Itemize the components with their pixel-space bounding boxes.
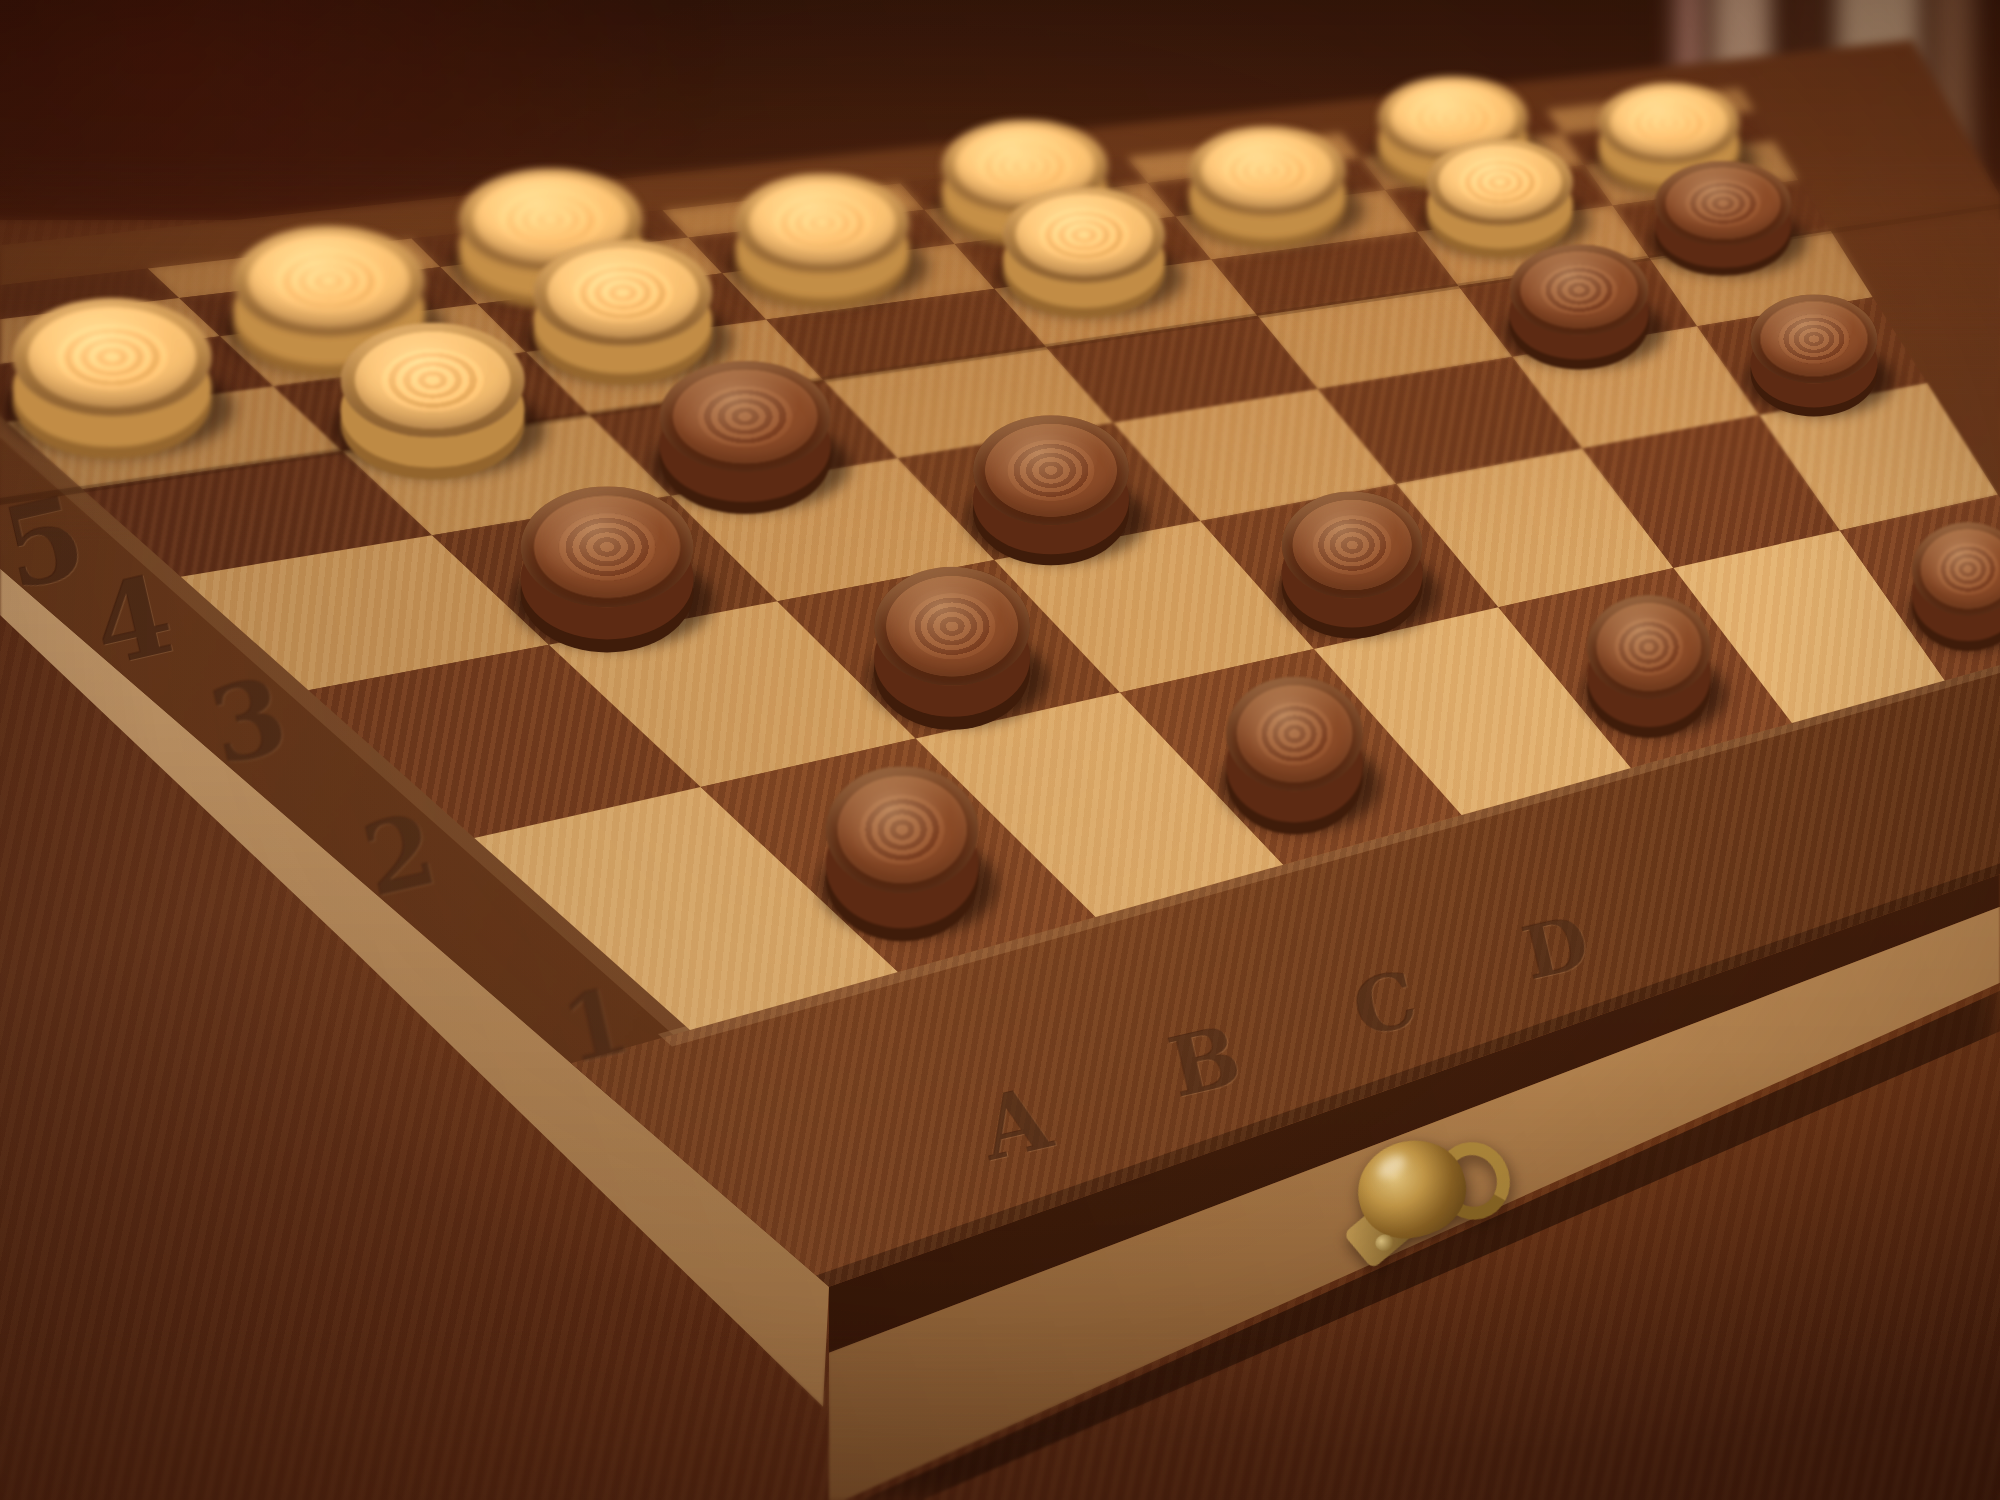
checker-face xyxy=(1587,595,1711,699)
checker-face xyxy=(1282,492,1423,599)
checker-face xyxy=(340,323,525,438)
checker-face xyxy=(1003,187,1165,283)
checker-face xyxy=(233,226,425,336)
checker-face xyxy=(1427,139,1573,226)
checker-face xyxy=(1598,83,1739,164)
checker-face xyxy=(826,766,979,894)
photo-scene: 12345ABCD⛀⛀⛀⛀⛀⛀⛀⛀⛀⛀⛀⛀⛂⛂⛂⛂⛂⛂⛂⛂⛂⛂⛂⛂ xyxy=(0,0,2000,1500)
checker-face xyxy=(13,298,212,416)
checker-face xyxy=(660,361,831,473)
checker-face xyxy=(1751,294,1878,383)
checker-face xyxy=(874,567,1030,685)
checker-face xyxy=(1510,244,1649,335)
checker-face xyxy=(521,486,694,607)
checker-face xyxy=(533,240,712,346)
checker-face xyxy=(1655,161,1791,245)
checker-face xyxy=(1189,126,1345,216)
checker-face xyxy=(736,173,909,272)
checker-face xyxy=(973,416,1129,525)
checker-face xyxy=(1226,676,1364,791)
